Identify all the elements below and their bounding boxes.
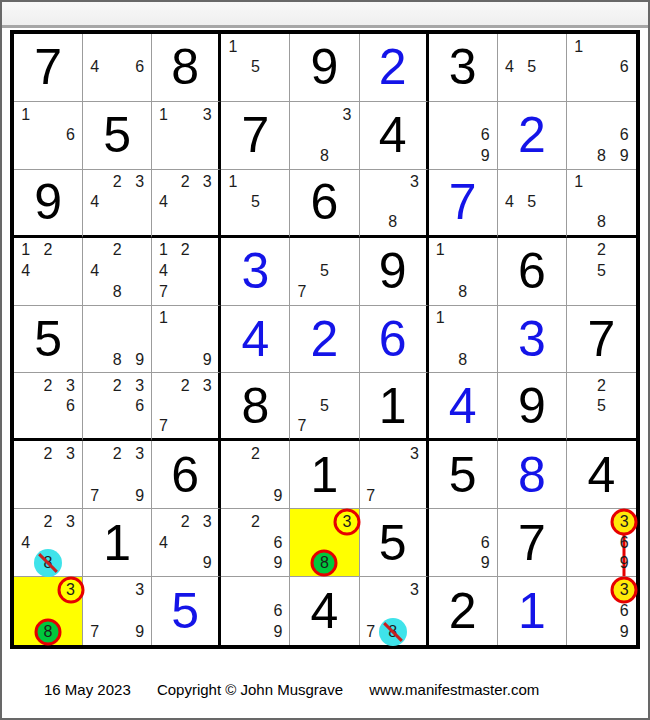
solved-digit-black: 8 [152, 34, 218, 101]
solved-digit-black: 5 [14, 306, 82, 373]
cell-r3c7[interactable]: 7 [429, 170, 498, 238]
cell-r2c7[interactable]: 69 [429, 102, 498, 170]
candidate-9: 9 [135, 624, 144, 640]
candidate-9: 9 [481, 555, 490, 571]
candidate-6: 6 [620, 59, 629, 75]
solved-digit-black: 1 [290, 441, 358, 508]
solved-digit-black: 4 [567, 441, 636, 508]
cell-r1c1[interactable]: 7 [14, 34, 83, 102]
candidate-2: 2 [181, 174, 190, 190]
solved-digit-blue: 2 [290, 306, 358, 373]
candidate-5: 5 [527, 59, 536, 75]
solved-digit-black: 7 [498, 509, 566, 576]
solved-digit-blue: 1 [498, 577, 566, 645]
cell-r1c6[interactable]: 2 [360, 34, 429, 102]
cell-r6c1[interactable]: 236 [14, 373, 83, 441]
cell-r8c6[interactable]: 5 [360, 509, 429, 577]
candidate-5: 5 [597, 398, 606, 414]
candidate-2: 2 [251, 446, 260, 462]
cell-r3c8[interactable]: 45 [498, 170, 567, 238]
cell-r5c2[interactable]: 89 [83, 306, 152, 374]
candidate-6: 6 [273, 535, 282, 551]
candidate-9: 9 [273, 624, 282, 640]
candidate-7: 7 [159, 418, 168, 434]
candidate-9: 9 [203, 352, 212, 368]
cell-r7c3[interactable]: 6 [152, 441, 221, 509]
solved-digit-black: 8 [221, 373, 289, 438]
candidate-7: 7 [298, 418, 307, 434]
candidate-2: 2 [113, 446, 122, 462]
candidate-2: 2 [113, 174, 122, 190]
cell-r8c1[interactable]: 2348 [14, 509, 83, 577]
solved-digit-blue: 2 [360, 34, 426, 101]
cell-r3c9[interactable]: 18 [567, 170, 636, 238]
candidate-8: 8 [113, 352, 122, 368]
footer-website: www.manifestmaster.com [369, 681, 539, 698]
candidate-3: 3 [66, 514, 75, 530]
candidate-2: 2 [113, 378, 122, 394]
candidate-6: 6 [620, 127, 629, 143]
cell-r7c6[interactable]: 37 [360, 441, 429, 509]
candidate-1: 1 [159, 107, 168, 123]
solved-digit-blue: 6 [360, 306, 426, 373]
candidate-2: 2 [597, 378, 606, 394]
solved-digit-blue: 3 [498, 306, 566, 373]
candidate-7: 7 [298, 284, 307, 300]
cell-r9c3[interactable]: 5 [152, 577, 221, 645]
sudoku-grid: 7468159234516165137384692689923423415638… [10, 30, 640, 649]
candidate-7: 7 [366, 624, 375, 640]
cell-r4c7[interactable]: 18 [429, 238, 498, 306]
cell-r8c7[interactable]: 69 [429, 509, 498, 577]
candidate-6: 6 [66, 398, 75, 414]
cell-r2c5[interactable]: 38 [290, 102, 359, 170]
cell-r3c1[interactable]: 9 [14, 170, 83, 238]
cell-r9c7[interactable]: 2 [429, 577, 498, 645]
candidate-9: 9 [273, 555, 282, 571]
candidate-6: 6 [481, 127, 490, 143]
cell-r4c8[interactable]: 6 [498, 238, 567, 306]
solved-digit-black: 4 [360, 102, 426, 169]
footer-date: 16 May 2023 [44, 681, 131, 698]
candidate-9: 9 [273, 488, 282, 504]
cell-r3c4[interactable]: 15 [221, 170, 290, 238]
candidate-1: 1 [436, 310, 445, 326]
candidate-6: 6 [620, 535, 629, 551]
candidate-6: 6 [135, 59, 144, 75]
cell-r6c8[interactable]: 9 [498, 373, 567, 441]
candidate-8: 8 [388, 214, 397, 230]
cell-r7c9[interactable]: 4 [567, 441, 636, 509]
cell-r1c4[interactable]: 15 [221, 34, 290, 102]
cell-r7c8[interactable]: 8 [498, 441, 567, 509]
cell-r8c2[interactable]: 1 [83, 509, 152, 577]
solved-digit-black: 7 [221, 102, 289, 169]
cell-r4c5[interactable]: 57 [290, 238, 359, 306]
candidate-2: 2 [597, 242, 606, 258]
candidate-8: 8 [320, 555, 329, 571]
candidate-7: 7 [90, 488, 99, 504]
cell-r1c2[interactable]: 46 [83, 34, 152, 102]
cell-r6c7[interactable]: 4 [429, 373, 498, 441]
candidate-1: 1 [21, 107, 30, 123]
cell-r2c6[interactable]: 4 [360, 102, 429, 170]
cell-r5c3[interactable]: 19 [152, 306, 221, 374]
cell-r5c8[interactable]: 3 [498, 306, 567, 374]
candidate-6: 6 [620, 603, 629, 619]
cell-r6c4[interactable]: 8 [221, 373, 290, 441]
cell-r4c9[interactable]: 25 [567, 238, 636, 306]
cell-r2c9[interactable]: 689 [567, 102, 636, 170]
cell-r6c5[interactable]: 57 [290, 373, 359, 441]
solved-digit-blue: 8 [498, 441, 566, 508]
candidate-3: 3 [620, 514, 629, 530]
cell-r9c1[interactable]: 38 [14, 577, 83, 645]
candidate-3: 3 [203, 107, 212, 123]
candidate-6: 6 [481, 535, 490, 551]
cell-r4c6[interactable]: 9 [360, 238, 429, 306]
candidate-3: 3 [410, 174, 419, 190]
candidate-6: 6 [135, 398, 144, 414]
cell-r8c4[interactable]: 269 [221, 509, 290, 577]
candidate-1: 1 [228, 39, 237, 55]
solved-digit-black: 3 [429, 34, 497, 101]
cell-r9c5[interactable]: 4 [290, 577, 359, 645]
candidate-7: 7 [366, 488, 375, 504]
cell-r9c9[interactable]: 369 [567, 577, 636, 645]
cell-r9c8[interactable]: 1 [498, 577, 567, 645]
candidate-5: 5 [597, 263, 606, 279]
cell-r6c3[interactable]: 237 [152, 373, 221, 441]
candidate-8: 8 [44, 624, 53, 640]
candidate-9: 9 [620, 555, 629, 571]
cell-r8c8[interactable]: 7 [498, 509, 567, 577]
candidate-2: 2 [44, 242, 53, 258]
cell-r7c2[interactable]: 2379 [83, 441, 152, 509]
candidate-3: 3 [66, 582, 75, 598]
solved-digit-blue: 4 [429, 373, 497, 438]
candidate-7: 7 [159, 284, 168, 300]
cell-r2c2[interactable]: 5 [83, 102, 152, 170]
cell-r6c9[interactable]: 25 [567, 373, 636, 441]
candidate-1: 1 [159, 310, 168, 326]
candidate-1: 1 [228, 174, 237, 190]
solved-digit-black: 9 [360, 238, 426, 305]
candidate-4: 4 [21, 535, 30, 551]
candidate-3: 3 [203, 174, 212, 190]
solved-digit-black: 7 [14, 34, 82, 101]
solved-digit-blue: 4 [221, 306, 289, 373]
candidate-3: 3 [66, 446, 75, 462]
cell-r5c4[interactable]: 4 [221, 306, 290, 374]
cell-r8c9[interactable]: 369 [567, 509, 636, 577]
solved-digit-blue: 7 [429, 170, 497, 235]
candidate-4: 4 [505, 194, 514, 210]
candidate-8: 8 [458, 352, 467, 368]
solved-digit-blue: 2 [498, 102, 566, 169]
candidate-3: 3 [410, 582, 419, 598]
candidate-3: 3 [135, 446, 144, 462]
candidate-3: 3 [135, 582, 144, 598]
cell-r5c6[interactable]: 6 [360, 306, 429, 374]
solved-digit-black: 7 [567, 306, 636, 373]
solved-digit-black: 6 [290, 170, 358, 235]
candidate-4: 4 [21, 263, 30, 279]
cell-r9c4[interactable]: 69 [221, 577, 290, 645]
candidate-3: 3 [410, 446, 419, 462]
candidate-4: 4 [90, 263, 99, 279]
candidate-1: 1 [574, 174, 583, 190]
cell-r1c8[interactable]: 45 [498, 34, 567, 102]
cell-r8c3[interactable]: 2349 [152, 509, 221, 577]
cell-r5c1[interactable]: 5 [14, 306, 83, 374]
candidate-9: 9 [135, 488, 144, 504]
candidate-4: 4 [90, 59, 99, 75]
cell-r6c2[interactable]: 236 [83, 373, 152, 441]
candidate-3: 3 [343, 514, 352, 530]
cell-r5c5[interactable]: 2 [290, 306, 359, 374]
candidate-3: 3 [620, 582, 629, 598]
cell-r9c6[interactable]: 378 [360, 577, 429, 645]
candidate-4: 4 [505, 59, 514, 75]
candidate-5: 5 [251, 194, 260, 210]
cell-r2c3[interactable]: 13 [152, 102, 221, 170]
solved-digit-black: 9 [290, 34, 358, 101]
candidate-2: 2 [44, 514, 53, 530]
candidate-1: 1 [436, 242, 445, 258]
candidate-2: 2 [181, 242, 190, 258]
solved-digit-black: 5 [429, 441, 497, 508]
solved-digit-black: 5 [360, 509, 426, 576]
candidate-2: 2 [181, 514, 190, 530]
candidate-1: 1 [574, 39, 583, 55]
cell-r5c9[interactable]: 7 [567, 306, 636, 374]
candidate-2: 2 [113, 242, 122, 258]
solved-digit-black: 6 [152, 441, 218, 508]
cell-r3c5[interactable]: 6 [290, 170, 359, 238]
candidate-4: 4 [159, 535, 168, 551]
candidate-9: 9 [203, 555, 212, 571]
cell-r2c1[interactable]: 16 [14, 102, 83, 170]
solved-digit-black: 1 [83, 509, 151, 576]
cell-r1c5[interactable]: 9 [290, 34, 359, 102]
candidate-5: 5 [251, 59, 260, 75]
candidate-8: 8 [597, 214, 606, 230]
candidate-2: 2 [181, 378, 190, 394]
candidate-9: 9 [620, 624, 629, 640]
candidate-6: 6 [273, 603, 282, 619]
cell-r8c5[interactable]: 38 [290, 509, 359, 577]
cell-r7c4[interactable]: 29 [221, 441, 290, 509]
cell-r2c8[interactable]: 2 [498, 102, 567, 170]
candidate-9: 9 [620, 148, 629, 164]
solved-digit-blue: 3 [221, 238, 289, 305]
candidate-8: 8 [458, 284, 467, 300]
solved-digit-black: 5 [83, 102, 151, 169]
cell-r5c7[interactable]: 18 [429, 306, 498, 374]
candidate-1: 1 [21, 242, 30, 258]
cell-r7c1[interactable]: 23 [14, 441, 83, 509]
candidate-8: 8 [113, 284, 122, 300]
candidate-3: 3 [343, 107, 352, 123]
cell-r3c2[interactable]: 234 [83, 170, 152, 238]
candidate-4: 4 [159, 263, 168, 279]
candidate-8: 8 [597, 148, 606, 164]
candidate-4: 4 [90, 194, 99, 210]
candidate-3: 3 [135, 378, 144, 394]
cell-r4c2[interactable]: 248 [83, 238, 152, 306]
candidate-3: 3 [203, 514, 212, 530]
solved-digit-black: 6 [498, 238, 566, 305]
window-titlebar [2, 2, 648, 28]
candidate-2: 2 [251, 514, 260, 530]
candidate-9: 9 [481, 148, 490, 164]
candidate-2: 2 [44, 446, 53, 462]
cell-r3c3[interactable]: 234 [152, 170, 221, 238]
cell-r4c1[interactable]: 124 [14, 238, 83, 306]
cell-r3c6[interactable]: 38 [360, 170, 429, 238]
cell-r1c7[interactable]: 3 [429, 34, 498, 102]
candidate-2: 2 [44, 378, 53, 394]
cell-r4c4[interactable]: 3 [221, 238, 290, 306]
solved-digit-blue: 5 [152, 577, 218, 645]
footer: 16 May 2023 Copyright © John Musgrave ww… [44, 681, 561, 698]
candidate-3: 3 [203, 378, 212, 394]
candidate-3: 3 [66, 378, 75, 394]
candidate-9: 9 [135, 352, 144, 368]
candidate-8: 8 [320, 148, 329, 164]
cell-r1c3[interactable]: 8 [152, 34, 221, 102]
candidate-5: 5 [320, 263, 329, 279]
candidate-1: 1 [159, 242, 168, 258]
solved-digit-black: 4 [290, 577, 358, 645]
solved-digit-black: 9 [14, 170, 82, 235]
cell-r2c4[interactable]: 7 [221, 102, 290, 170]
app-window: 7468159234516165137384692689923423415638… [0, 0, 650, 720]
candidate-3: 3 [135, 174, 144, 190]
solved-digit-black: 1 [360, 373, 426, 438]
cell-r1c9[interactable]: 16 [567, 34, 636, 102]
solved-digit-black: 9 [498, 373, 566, 438]
candidate-5: 5 [320, 398, 329, 414]
cell-r7c5[interactable]: 1 [290, 441, 359, 509]
cell-r9c2[interactable]: 379 [83, 577, 152, 645]
cell-r6c6[interactable]: 1 [360, 373, 429, 441]
candidate-4: 4 [159, 194, 168, 210]
candidate-5: 5 [527, 194, 536, 210]
footer-copyright: Copyright © John Musgrave [157, 681, 343, 698]
cell-r7c7[interactable]: 5 [429, 441, 498, 509]
solved-digit-black: 2 [429, 577, 497, 645]
candidate-6: 6 [66, 127, 75, 143]
cell-r4c3[interactable]: 1247 [152, 238, 221, 306]
candidate-7: 7 [90, 624, 99, 640]
